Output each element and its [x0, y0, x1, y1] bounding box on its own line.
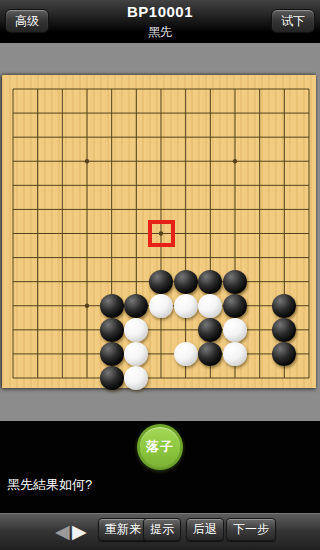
white-stone [223, 342, 247, 366]
hoshi-point [85, 159, 89, 163]
nav-arrows: ◀ ▶ [55, 520, 87, 544]
prev-arrow-icon[interactable]: ◀ [55, 521, 70, 542]
white-stone [174, 294, 198, 318]
black-stone [272, 294, 296, 318]
white-stone [124, 318, 148, 342]
go-board[interactable] [2, 75, 316, 388]
next-step-button[interactable]: 下一步 [226, 518, 276, 541]
black-stone [272, 318, 296, 342]
hoshi-point [233, 159, 237, 163]
black-stone [149, 270, 173, 294]
black-stone [223, 294, 247, 318]
undo-button[interactable]: 后退 [186, 518, 224, 541]
black-stone [100, 294, 124, 318]
top-bar: 高级 BP10001 黑先 试下 [0, 0, 320, 43]
next-arrow-icon[interactable]: ▶ [72, 521, 87, 542]
try-move-button[interactable]: 试下 [271, 9, 315, 33]
bottom-toolbar: ◀ ▶ 重新来 提示 后退 下一步 [0, 513, 320, 550]
hoshi-point [85, 304, 89, 308]
black-stone [198, 270, 222, 294]
black-stone [100, 318, 124, 342]
white-stone [223, 318, 247, 342]
white-stone [174, 342, 198, 366]
white-stone [149, 294, 173, 318]
target-marker [148, 220, 175, 247]
place-stone-label: 落子 [140, 427, 180, 467]
black-stone [124, 294, 148, 318]
problem-question: 黑先結果如何? [7, 476, 92, 494]
black-stone [223, 270, 247, 294]
black-stone [100, 342, 124, 366]
restart-button[interactable]: 重新来 [98, 518, 148, 541]
place-stone-button[interactable]: 落子 [137, 424, 183, 470]
black-stone [198, 318, 222, 342]
bottom-panel: 落子 黑先結果如何? [0, 421, 320, 513]
white-stone [198, 294, 222, 318]
black-stone [174, 270, 198, 294]
hint-button[interactable]: 提示 [143, 518, 181, 541]
black-stone [100, 366, 124, 390]
